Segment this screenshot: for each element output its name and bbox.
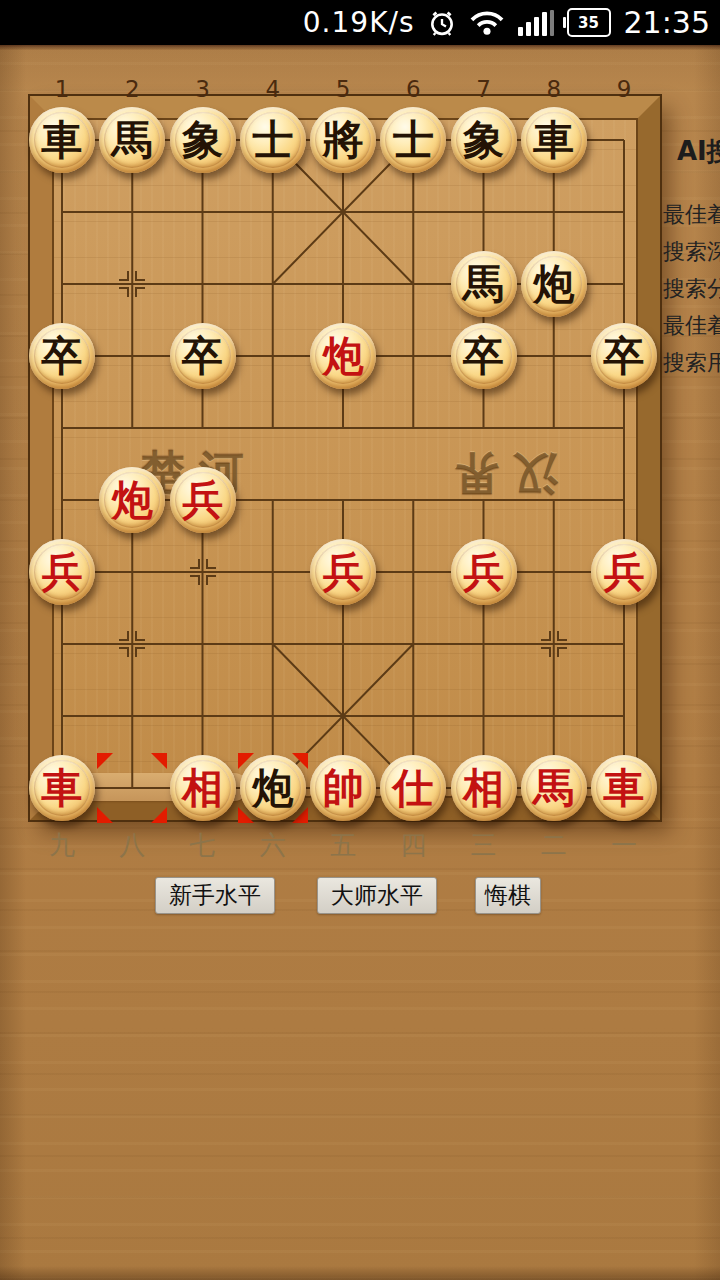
piece-black-soldier[interactable]: 卒 (29, 323, 95, 389)
point-marker (190, 559, 216, 585)
piece-black-chariot[interactable]: 車 (521, 107, 587, 173)
status-bar-shadow (0, 45, 720, 50)
piece-red-cannon[interactable]: 炮 (99, 467, 165, 533)
signal-icon (518, 10, 554, 36)
piece-glyph: 士 (393, 120, 434, 161)
piece-glyph: 車 (604, 768, 645, 809)
piece-red-soldier[interactable]: 兵 (591, 539, 657, 605)
wifi-icon (469, 9, 505, 36)
top-column-labels: 123456789 (0, 76, 720, 102)
column-label-bottom: 五 (330, 828, 356, 863)
piece-black-general[interactable]: 將 (310, 107, 376, 173)
piece-glyph: 車 (42, 120, 83, 161)
last-move-marker (97, 753, 167, 823)
piece-red-elephant[interactable]: 相 (451, 755, 517, 821)
piece-black-soldier[interactable]: 卒 (451, 323, 517, 389)
clock-time: 21:35 (624, 5, 710, 40)
piece-glyph: 炮 (252, 768, 293, 809)
alarm-icon (428, 9, 456, 37)
column-label-bottom: 八 (119, 828, 145, 863)
bottom-column-labels: 九八七六五四三二一 (0, 828, 720, 858)
column-label-top: 6 (406, 76, 421, 102)
piece-glyph: 相 (182, 768, 223, 809)
undo-move-button[interactable]: 悔棋 (475, 877, 541, 914)
column-label-bottom: 三 (471, 828, 497, 863)
ai-info-panel: AI搜 最佳着 搜索深 搜索分 最佳着 搜索用 (663, 134, 720, 381)
column-label-bottom: 六 (260, 828, 286, 863)
piece-glyph: 馬 (463, 264, 504, 305)
piece-red-elephant[interactable]: 相 (170, 755, 236, 821)
piece-glyph: 帥 (323, 768, 364, 809)
column-label-bottom: 九 (49, 828, 75, 863)
column-label-bottom: 四 (400, 828, 426, 863)
piece-black-advisor[interactable]: 士 (240, 107, 306, 173)
piece-glyph: 相 (463, 768, 504, 809)
piece-black-soldier[interactable]: 卒 (591, 323, 657, 389)
piece-black-horse[interactable]: 馬 (451, 251, 517, 317)
ai-info-line: 搜索分 (663, 270, 720, 307)
piece-glyph: 兵 (182, 480, 223, 521)
point-marker (541, 631, 567, 657)
column-label-top: 3 (195, 76, 210, 102)
piece-glyph: 兵 (42, 552, 83, 593)
xiangqi-board[interactable]: 楚河 汉界 車馬象士將士象車馬炮卒卒炮卒卒炮兵兵兵兵兵車相炮帥仕相馬車 (30, 96, 660, 820)
piece-black-soldier[interactable]: 卒 (170, 323, 236, 389)
point-marker (119, 631, 145, 657)
piece-glyph: 卒 (604, 336, 645, 377)
master-level-button[interactable]: 大师水平 (317, 877, 437, 914)
piece-red-soldier[interactable]: 兵 (170, 467, 236, 533)
piece-red-chariot[interactable]: 車 (29, 755, 95, 821)
column-label-bottom: 二 (541, 828, 567, 863)
ai-info-line: 最佳着 (663, 307, 720, 344)
piece-glyph: 卒 (182, 336, 223, 377)
piece-red-soldier[interactable]: 兵 (29, 539, 95, 605)
piece-glyph: 馬 (112, 120, 153, 161)
piece-black-elephant[interactable]: 象 (170, 107, 236, 173)
piece-black-cannon[interactable]: 炮 (521, 251, 587, 317)
piece-glyph: 兵 (463, 552, 504, 593)
ai-info-line: 搜索用 (663, 344, 720, 381)
piece-glyph: 象 (463, 120, 504, 161)
piece-red-cannon[interactable]: 炮 (310, 323, 376, 389)
piece-glyph: 馬 (533, 768, 574, 809)
piece-glyph: 兵 (323, 552, 364, 593)
piece-red-soldier[interactable]: 兵 (310, 539, 376, 605)
column-label-top: 1 (55, 76, 70, 102)
column-label-top: 7 (476, 76, 491, 102)
piece-glyph: 將 (323, 120, 364, 161)
ai-info-line: 最佳着 (663, 196, 720, 233)
battery-level: 35 (578, 14, 599, 32)
column-label-bottom: 一 (611, 828, 637, 863)
ai-info-line: 搜索深 (663, 233, 720, 270)
board-field[interactable]: 楚河 汉界 車馬象士將士象車馬炮卒卒炮卒卒炮兵兵兵兵兵車相炮帥仕相馬車 (52, 118, 638, 798)
piece-black-chariot[interactable]: 車 (29, 107, 95, 173)
piece-glyph: 炮 (533, 264, 574, 305)
column-label-top: 9 (617, 76, 632, 102)
piece-glyph: 士 (252, 120, 293, 161)
piece-glyph: 象 (182, 120, 223, 161)
piece-glyph: 車 (42, 768, 83, 809)
point-marker (119, 271, 145, 297)
status-bar: 0.19K/s 35 21:35 (0, 0, 720, 45)
app-screen: 0.19K/s 35 21:35 123456789 楚河 汉界 車馬象士將士象… (0, 0, 720, 1280)
piece-red-advisor[interactable]: 仕 (380, 755, 446, 821)
column-label-top: 5 (336, 76, 351, 102)
piece-glyph: 仕 (393, 768, 434, 809)
piece-red-chariot[interactable]: 車 (591, 755, 657, 821)
piece-red-general[interactable]: 帥 (310, 755, 376, 821)
battery-icon: 35 (567, 8, 611, 37)
piece-red-soldier[interactable]: 兵 (451, 539, 517, 605)
piece-black-cannon[interactable]: 炮 (240, 755, 306, 821)
piece-glyph: 卒 (463, 336, 504, 377)
piece-glyph: 兵 (604, 552, 645, 593)
column-label-bottom: 七 (190, 828, 216, 863)
piece-glyph: 卒 (42, 336, 83, 377)
piece-black-advisor[interactable]: 士 (380, 107, 446, 173)
piece-glyph: 炮 (323, 336, 364, 377)
novice-level-button[interactable]: 新手水平 (155, 877, 275, 914)
piece-black-horse[interactable]: 馬 (99, 107, 165, 173)
column-label-top: 4 (265, 76, 280, 102)
river-label-right: 汉界 (440, 443, 558, 503)
piece-glyph: 炮 (112, 480, 153, 521)
piece-glyph: 車 (533, 120, 574, 161)
piece-black-elephant[interactable]: 象 (451, 107, 517, 173)
piece-red-horse[interactable]: 馬 (521, 755, 587, 821)
bottom-vignette (0, 1266, 720, 1280)
ai-panel-title: AI搜 (677, 134, 720, 169)
column-label-top: 8 (546, 76, 561, 102)
column-label-top: 2 (125, 76, 140, 102)
network-speed: 0.19K/s (303, 6, 415, 39)
